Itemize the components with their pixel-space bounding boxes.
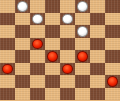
red-checker-piece[interactable]	[47, 51, 58, 62]
red-checker-piece[interactable]	[77, 51, 88, 62]
dark-square-r2c3[interactable]	[45, 25, 60, 38]
white-checker-piece[interactable]	[77, 1, 88, 12]
dark-square-r1c2[interactable]	[30, 13, 45, 26]
light-square-r4c0[interactable]	[0, 50, 15, 63]
light-square-r4c6[interactable]	[90, 50, 105, 63]
red-checker-piece[interactable]	[107, 76, 118, 87]
red-checker-piece[interactable]	[62, 64, 73, 75]
light-square-r1c3[interactable]	[45, 13, 60, 26]
light-square-r5c3[interactable]	[45, 63, 60, 76]
dark-square-r1c4[interactable]	[60, 13, 75, 26]
light-square-r3c7[interactable]	[105, 38, 120, 51]
light-square-r1c1[interactable]	[15, 13, 30, 26]
red-checker-piece[interactable]	[2, 64, 13, 75]
dark-square-r6c3[interactable]	[45, 75, 60, 88]
dark-square-r7c0[interactable]	[0, 88, 15, 101]
light-square-r3c1[interactable]	[15, 38, 30, 51]
light-square-r2c2[interactable]	[30, 25, 45, 38]
dark-square-r0c3[interactable]	[45, 0, 60, 13]
dark-square-r0c5[interactable]	[75, 0, 90, 13]
dark-square-r3c2[interactable]	[30, 38, 45, 51]
dark-square-r2c7[interactable]	[105, 25, 120, 38]
red-checker-piece[interactable]	[32, 39, 43, 50]
dark-square-r0c1[interactable]	[15, 0, 30, 13]
dark-square-r3c4[interactable]	[60, 38, 75, 51]
dark-square-r2c1[interactable]	[15, 25, 30, 38]
light-square-r7c7[interactable]	[105, 88, 120, 101]
dark-square-r4c3[interactable]	[45, 50, 60, 63]
light-square-r0c6[interactable]	[90, 0, 105, 13]
white-checker-piece[interactable]	[32, 14, 43, 25]
dark-square-r1c6[interactable]	[90, 13, 105, 26]
dark-square-r1c0[interactable]	[0, 13, 15, 26]
light-square-r0c2[interactable]	[30, 0, 45, 13]
light-square-r6c0[interactable]	[0, 75, 15, 88]
light-square-r7c5[interactable]	[75, 88, 90, 101]
white-checker-piece[interactable]	[62, 14, 73, 25]
light-square-r6c2[interactable]	[30, 75, 45, 88]
light-square-r7c1[interactable]	[15, 88, 30, 101]
light-square-r5c1[interactable]	[15, 63, 30, 76]
light-square-r1c7[interactable]	[105, 13, 120, 26]
light-square-r1c5[interactable]	[75, 13, 90, 26]
light-square-r3c5[interactable]	[75, 38, 90, 51]
dark-square-r4c5[interactable]	[75, 50, 90, 63]
dark-square-r4c7[interactable]	[105, 50, 120, 63]
dark-square-r0c7[interactable]	[105, 0, 120, 13]
dark-square-r4c1[interactable]	[15, 50, 30, 63]
dark-square-r5c2[interactable]	[30, 63, 45, 76]
light-square-r2c0[interactable]	[0, 25, 15, 38]
dark-square-r7c2[interactable]	[30, 88, 45, 101]
white-checker-piece[interactable]	[17, 1, 28, 12]
checkers-board	[0, 0, 120, 100]
dark-square-r7c4[interactable]	[60, 88, 75, 101]
dark-square-r7c6[interactable]	[90, 88, 105, 101]
light-square-r2c4[interactable]	[60, 25, 75, 38]
light-square-r0c4[interactable]	[60, 0, 75, 13]
dark-square-r6c1[interactable]	[15, 75, 30, 88]
light-square-r6c6[interactable]	[90, 75, 105, 88]
dark-square-r6c7[interactable]	[105, 75, 120, 88]
dark-square-r3c6[interactable]	[90, 38, 105, 51]
white-checker-piece[interactable]	[77, 26, 88, 37]
dark-square-r2c5[interactable]	[75, 25, 90, 38]
light-square-r4c4[interactable]	[60, 50, 75, 63]
light-square-r2c6[interactable]	[90, 25, 105, 38]
light-square-r3c3[interactable]	[45, 38, 60, 51]
light-square-r5c7[interactable]	[105, 63, 120, 76]
dark-square-r5c0[interactable]	[0, 63, 15, 76]
dark-square-r5c4[interactable]	[60, 63, 75, 76]
dark-square-r3c0[interactable]	[0, 38, 15, 51]
light-square-r0c0[interactable]	[0, 0, 15, 13]
light-square-r5c5[interactable]	[75, 63, 90, 76]
dark-square-r5c6[interactable]	[90, 63, 105, 76]
light-square-r4c2[interactable]	[30, 50, 45, 63]
dark-square-r6c5[interactable]	[75, 75, 90, 88]
light-square-r7c3[interactable]	[45, 88, 60, 101]
light-square-r6c4[interactable]	[60, 75, 75, 88]
